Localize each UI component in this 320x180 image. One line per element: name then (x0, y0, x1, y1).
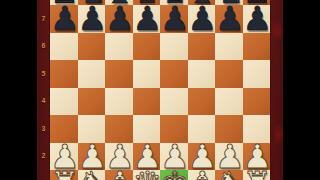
white-bishop[interactable]: ♝ (105, 170, 133, 180)
black-pawn[interactable]: ♟ (50, 5, 78, 33)
square-f4[interactable] (188, 88, 216, 116)
rank-label-6: 6 (37, 42, 50, 50)
square-e1[interactable]: ♚ (160, 170, 188, 180)
wood-texture-blotch (272, 18, 282, 44)
square-b4[interactable] (78, 88, 106, 116)
square-g7[interactable]: ♟ (215, 5, 243, 33)
square-c6[interactable] (105, 33, 133, 61)
square-e5[interactable] (160, 60, 188, 88)
chess-board: ♜♞♝♛♚♝♞♜♟♟♟♟♟♟♟♟♟♟♟♟♟♟♟♟♜♞♝♛♚♝♞♜ (50, 0, 270, 180)
wood-texture-blotch (274, 120, 283, 150)
white-knight[interactable]: ♞ (215, 170, 243, 180)
rank-label-7: 7 (37, 15, 50, 23)
square-c1[interactable]: ♝ (105, 170, 133, 180)
black-pawn[interactable]: ♟ (160, 5, 188, 33)
square-a1[interactable]: ♜ (50, 170, 78, 180)
rank-label-2: 2 (37, 152, 50, 160)
square-b7[interactable]: ♟ (78, 5, 106, 33)
square-h7[interactable]: ♟ (243, 5, 271, 33)
square-d7[interactable]: ♟ (133, 5, 161, 33)
white-queen[interactable]: ♛ (133, 170, 161, 180)
square-g5[interactable] (215, 60, 243, 88)
square-c5[interactable] (105, 60, 133, 88)
square-b1[interactable]: ♞ (78, 170, 106, 180)
square-h6[interactable] (243, 33, 271, 61)
white-king[interactable]: ♚ (160, 170, 188, 180)
white-bishop[interactable]: ♝ (188, 170, 216, 180)
square-a7[interactable]: ♟ (50, 5, 78, 33)
square-g1[interactable]: ♞ (215, 170, 243, 180)
rank-label-3: 3 (37, 125, 50, 133)
square-g6[interactable] (215, 33, 243, 61)
white-rook[interactable]: ♜ (50, 170, 78, 180)
square-a4[interactable] (50, 88, 78, 116)
square-c7[interactable]: ♟ (105, 5, 133, 33)
square-e6[interactable] (160, 33, 188, 61)
square-e4[interactable] (160, 88, 188, 116)
black-pawn[interactable]: ♟ (105, 5, 133, 33)
white-knight[interactable]: ♞ (78, 170, 106, 180)
square-f5[interactable] (188, 60, 216, 88)
rank-label-4: 4 (37, 97, 50, 105)
black-pawn[interactable]: ♟ (188, 5, 216, 33)
square-f6[interactable] (188, 33, 216, 61)
square-d4[interactable] (133, 88, 161, 116)
square-d1[interactable]: ♛ (133, 170, 161, 180)
square-f7[interactable]: ♟ (188, 5, 216, 33)
rank-label-5: 5 (37, 70, 50, 78)
square-g4[interactable] (215, 88, 243, 116)
square-a5[interactable] (50, 60, 78, 88)
square-e7[interactable]: ♟ (160, 5, 188, 33)
black-pawn[interactable]: ♟ (78, 5, 106, 33)
white-rook[interactable]: ♜ (243, 170, 271, 180)
black-pawn[interactable]: ♟ (243, 5, 271, 33)
square-d5[interactable] (133, 60, 161, 88)
chess-app-screen: 87654321 ♜♞♝♛♚♝♞♜♟♟♟♟♟♟♟♟♟♟♟♟♟♟♟♟♜♞♝♛♚♝♞… (0, 0, 320, 180)
black-pawn[interactable]: ♟ (133, 5, 161, 33)
square-b6[interactable] (78, 33, 106, 61)
square-a6[interactable] (50, 33, 78, 61)
square-d6[interactable] (133, 33, 161, 61)
square-h5[interactable] (243, 60, 271, 88)
black-pawn[interactable]: ♟ (215, 5, 243, 33)
square-c4[interactable] (105, 88, 133, 116)
square-h4[interactable] (243, 88, 271, 116)
square-h1[interactable]: ♜ (243, 170, 271, 180)
square-f1[interactable]: ♝ (188, 170, 216, 180)
square-b5[interactable] (78, 60, 106, 88)
